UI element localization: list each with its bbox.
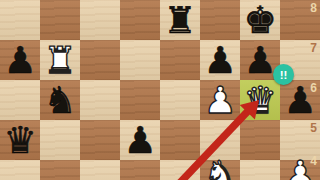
square-f8[interactable] [200,0,240,40]
square-c6[interactable] [80,80,120,120]
rank-label-8: 8 [310,1,317,15]
square-b4[interactable] [40,160,80,180]
square-e7[interactable] [160,40,200,80]
piece-black-rook-e8[interactable]: ♜ [160,0,200,40]
square-c5[interactable] [80,120,120,160]
piece-white-rook-b7[interactable]: ♜ [40,40,80,80]
square-a5[interactable]: ♛ [0,120,40,160]
rank-label-5: 5 [310,121,317,135]
rank-label-4: 4 [310,154,317,168]
square-c4[interactable] [80,160,120,180]
piece-black-knight-b6[interactable]: ♞ [40,80,80,120]
piece-white-queen-g6[interactable]: ♛ [240,80,280,120]
square-e4[interactable] [160,160,200,180]
square-e5[interactable] [160,120,200,160]
square-b5[interactable] [40,120,80,160]
chess-board-screenshot: ♜♚8♟♜♟♟7♞♟♛6♟♛♟5♞4♟ !! [0,0,320,180]
piece-black-king-g8[interactable]: ♚ [240,0,280,40]
square-f6[interactable]: ♟ [200,80,240,120]
piece-black-pawn-f7[interactable]: ♟ [200,40,240,80]
piece-white-pawn-f6[interactable]: ♟ [200,80,240,120]
square-f7[interactable]: ♟ [200,40,240,80]
square-g8[interactable]: ♚ [240,0,280,40]
brilliant-move-badge: !! [273,64,294,85]
square-g4[interactable] [240,160,280,180]
square-g6[interactable]: ♛ [240,80,280,120]
square-b8[interactable] [40,0,80,40]
square-h4[interactable]: 4♟ [280,160,320,180]
piece-black-queen-a5[interactable]: ♛ [0,120,40,160]
square-a6[interactable] [0,80,40,120]
square-d8[interactable] [120,0,160,40]
square-h6[interactable]: 6♟ [280,80,320,120]
square-d5[interactable]: ♟ [120,120,160,160]
piece-black-pawn-a7[interactable]: ♟ [0,40,40,80]
rank-label-7: 7 [310,41,317,55]
square-d6[interactable] [120,80,160,120]
square-d7[interactable] [120,40,160,80]
square-d4[interactable] [120,160,160,180]
rank-label-6: 6 [310,81,317,95]
square-a8[interactable] [0,0,40,40]
square-f4[interactable]: ♞ [200,160,240,180]
square-c8[interactable] [80,0,120,40]
square-e6[interactable] [160,80,200,120]
square-g5[interactable] [240,120,280,160]
chess-board: ♜♚8♟♜♟♟7♞♟♛6♟♛♟5♞4♟ [0,0,320,180]
square-b6[interactable]: ♞ [40,80,80,120]
square-h8[interactable]: 8 [280,0,320,40]
square-c7[interactable] [80,40,120,80]
square-e8[interactable]: ♜ [160,0,200,40]
square-b7[interactable]: ♜ [40,40,80,80]
piece-black-pawn-d5[interactable]: ♟ [120,120,160,160]
piece-white-knight-f4[interactable]: ♞ [200,154,240,180]
square-a7[interactable]: ♟ [0,40,40,80]
square-a4[interactable] [0,160,40,180]
